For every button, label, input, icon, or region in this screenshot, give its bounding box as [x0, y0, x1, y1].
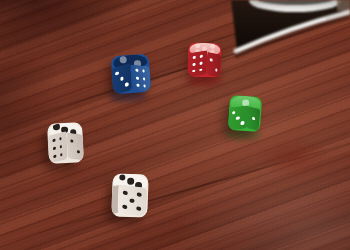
die-pip	[53, 139, 56, 142]
die-pip	[193, 56, 196, 59]
die-white-front	[111, 173, 148, 217]
die-pip	[115, 71, 119, 76]
die-pip	[53, 147, 56, 150]
die-green-side-face	[246, 106, 261, 131]
die-green-front-face	[228, 105, 248, 130]
die-pip	[123, 190, 128, 195]
die-pip	[137, 206, 142, 211]
die-pip	[119, 174, 126, 181]
die-pip	[210, 58, 213, 61]
die-pip	[200, 61, 203, 64]
die-pip	[195, 43, 200, 48]
die-pip	[127, 178, 134, 185]
die-blue-left-face	[112, 63, 133, 94]
die-red-right-face	[206, 51, 221, 77]
die-pip	[119, 56, 126, 63]
die-white-left-left-face	[48, 131, 68, 163]
die-pip	[60, 145, 63, 148]
die-red-left-face	[188, 50, 208, 77]
die-pip	[143, 77, 146, 80]
die-pip	[241, 121, 245, 125]
die-pip	[193, 69, 196, 72]
die-pip	[60, 153, 63, 156]
die-pip	[215, 68, 218, 71]
die-pip	[70, 139, 73, 142]
die-pip	[125, 82, 129, 87]
die-pip	[142, 69, 145, 72]
die-pip	[123, 204, 128, 209]
die-pip	[252, 117, 255, 121]
die-pip	[136, 84, 139, 87]
die-pip	[120, 76, 124, 81]
die-pip	[200, 54, 203, 57]
die-pip	[77, 150, 80, 153]
die-pip	[236, 116, 240, 120]
die-green	[228, 95, 262, 132]
die-pip	[130, 198, 135, 203]
die-pip	[143, 84, 146, 87]
table-scene	[0, 0, 350, 250]
die-pip	[54, 155, 57, 158]
die-red	[187, 42, 221, 77]
die-white-left-right-face	[66, 133, 84, 161]
die-pip	[232, 110, 236, 114]
metal-plate	[225, 0, 350, 62]
die-blue-right-face	[130, 64, 151, 92]
die-blue	[111, 54, 152, 95]
die-pip	[200, 68, 203, 71]
die-pip	[135, 69, 138, 72]
die-pip	[136, 76, 139, 79]
die-pip	[210, 44, 215, 49]
die-pip	[193, 62, 196, 65]
die-pip	[137, 192, 142, 197]
die-pip	[53, 123, 60, 130]
die-pip	[60, 137, 63, 140]
die-white-front-front-face	[117, 184, 147, 217]
die-white-left	[47, 122, 84, 164]
plate-corner-blur	[337, 0, 350, 11]
